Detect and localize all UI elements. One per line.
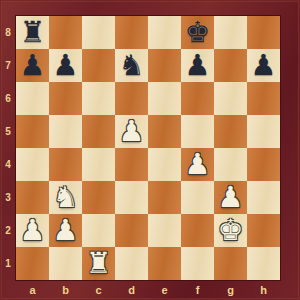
square-f7[interactable]: ♟ [181,49,214,82]
square-e7[interactable] [148,49,181,82]
square-b7[interactable]: ♟ [49,49,82,82]
square-g7[interactable] [214,49,247,82]
square-d3[interactable] [115,181,148,214]
square-d5[interactable]: ♟ [115,115,148,148]
square-a4[interactable] [16,148,49,181]
square-e4[interactable] [148,148,181,181]
piece-black-rook-a8[interactable]: ♜ [16,16,49,49]
square-c2[interactable] [82,214,115,247]
piece-black-pawn-b7[interactable]: ♟ [49,49,82,82]
piece-white-pawn-f4[interactable]: ♟ [181,148,214,181]
square-b2[interactable]: ♟ [49,214,82,247]
square-g1[interactable] [214,247,247,280]
square-d7[interactable]: ♞ [115,49,148,82]
file-label-c: c [82,280,115,300]
square-b4[interactable] [49,148,82,181]
piece-black-king-f8[interactable]: ♚ [181,16,214,49]
square-c8[interactable] [82,16,115,49]
rank-label-6: 6 [0,82,16,115]
rank-labels: 87654321 [0,16,16,280]
square-a6[interactable] [16,82,49,115]
file-label-f: f [181,280,214,300]
square-f4[interactable]: ♟ [181,148,214,181]
square-f2[interactable] [181,214,214,247]
square-f8[interactable]: ♚ [181,16,214,49]
rank-label-2: 2 [0,214,16,247]
square-f6[interactable] [181,82,214,115]
square-c3[interactable] [82,181,115,214]
square-a5[interactable] [16,115,49,148]
chess-board-frame: 87654321 abcdefgh ♜♚♟♟♞♟♟♟♟♞♟♟♟♚♜ [0,0,300,300]
piece-black-pawn-f7[interactable]: ♟ [181,49,214,82]
square-h3[interactable] [247,181,280,214]
square-g4[interactable] [214,148,247,181]
square-c4[interactable] [82,148,115,181]
piece-black-pawn-a7[interactable]: ♟ [16,49,49,82]
file-label-e: e [148,280,181,300]
square-f5[interactable] [181,115,214,148]
piece-white-pawn-b2[interactable]: ♟ [49,214,82,247]
piece-black-knight-d7[interactable]: ♞ [115,49,148,82]
piece-white-pawn-g3[interactable]: ♟ [214,181,247,214]
chess-board: ♜♚♟♟♞♟♟♟♟♞♟♟♟♚♜ [16,16,280,280]
square-d8[interactable] [115,16,148,49]
rank-label-1: 1 [0,247,16,280]
piece-black-pawn-h7[interactable]: ♟ [247,49,280,82]
piece-white-knight-b3[interactable]: ♞ [49,181,82,214]
square-e6[interactable] [148,82,181,115]
square-e3[interactable] [148,181,181,214]
square-h5[interactable] [247,115,280,148]
square-e8[interactable] [148,16,181,49]
square-a8[interactable]: ♜ [16,16,49,49]
square-h1[interactable] [247,247,280,280]
square-b1[interactable] [49,247,82,280]
square-d2[interactable] [115,214,148,247]
file-label-h: h [247,280,280,300]
square-f1[interactable] [181,247,214,280]
square-b5[interactable] [49,115,82,148]
square-e2[interactable] [148,214,181,247]
square-h4[interactable] [247,148,280,181]
square-b6[interactable] [49,82,82,115]
square-c1[interactable]: ♜ [82,247,115,280]
square-g6[interactable] [214,82,247,115]
file-label-g: g [214,280,247,300]
piece-white-pawn-d5[interactable]: ♟ [115,115,148,148]
rank-label-7: 7 [0,49,16,82]
square-e1[interactable] [148,247,181,280]
file-label-a: a [16,280,49,300]
square-a3[interactable] [16,181,49,214]
piece-white-pawn-a2[interactable]: ♟ [16,214,49,247]
square-g8[interactable] [214,16,247,49]
square-a2[interactable]: ♟ [16,214,49,247]
square-g2[interactable]: ♚ [214,214,247,247]
square-e5[interactable] [148,115,181,148]
rank-label-4: 4 [0,148,16,181]
piece-white-king-g2[interactable]: ♚ [214,214,247,247]
square-b8[interactable] [49,16,82,49]
square-f3[interactable] [181,181,214,214]
square-h7[interactable]: ♟ [247,49,280,82]
square-b3[interactable]: ♞ [49,181,82,214]
square-g3[interactable]: ♟ [214,181,247,214]
square-h6[interactable] [247,82,280,115]
square-d6[interactable] [115,82,148,115]
square-d1[interactable] [115,247,148,280]
square-h8[interactable] [247,16,280,49]
square-h2[interactable] [247,214,280,247]
square-a7[interactable]: ♟ [16,49,49,82]
square-d4[interactable] [115,148,148,181]
square-c5[interactable] [82,115,115,148]
square-c7[interactable] [82,49,115,82]
square-c6[interactable] [82,82,115,115]
rank-label-8: 8 [0,16,16,49]
square-a1[interactable] [16,247,49,280]
file-labels: abcdefgh [16,280,280,300]
piece-white-rook-c1[interactable]: ♜ [82,247,115,280]
square-g5[interactable] [214,115,247,148]
file-label-d: d [115,280,148,300]
rank-label-3: 3 [0,181,16,214]
file-label-b: b [49,280,82,300]
rank-label-5: 5 [0,115,16,148]
